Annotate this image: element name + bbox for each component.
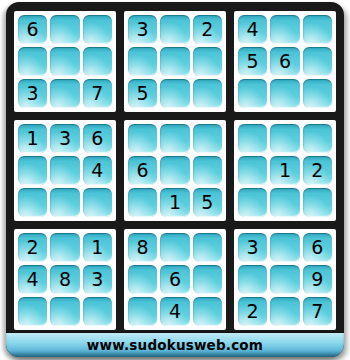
given-digit: 6 [27, 15, 39, 44]
cell-r7c1[interactable]: 2 [18, 233, 47, 262]
cell-r2c4[interactable] [128, 47, 157, 76]
given-digit: 2 [27, 233, 39, 262]
given-digit: 6 [311, 233, 323, 262]
sudoku-grid: 6373254561364615122148386436927 [14, 11, 336, 330]
cell-r8c1[interactable]: 4 [18, 265, 47, 294]
cell-r8c6[interactable] [193, 265, 222, 294]
given-digit: 3 [91, 265, 103, 294]
cell-r2c7[interactable]: 5 [238, 47, 267, 76]
cell-r6c5[interactable]: 1 [160, 188, 189, 217]
page: 6373254561364615122148386436927 www.sudo… [0, 0, 350, 360]
cell-r9c3[interactable] [83, 297, 112, 326]
cell-r7c2[interactable] [50, 233, 79, 262]
given-digit: 5 [137, 79, 149, 108]
given-digit: 3 [27, 79, 39, 108]
cell-r5c3[interactable]: 4 [83, 156, 112, 185]
cell-r6c1[interactable] [18, 188, 47, 217]
given-digit: 1 [27, 124, 39, 153]
cell-r1c8[interactable] [270, 15, 299, 44]
sudoku-box-1: 637 [14, 11, 116, 112]
cell-r6c4[interactable] [128, 188, 157, 217]
sudoku-box-9: 36927 [234, 229, 336, 330]
cell-r8c4[interactable] [128, 265, 157, 294]
cell-r2c8[interactable]: 6 [270, 47, 299, 76]
cell-r7c5[interactable] [160, 233, 189, 262]
cell-r9c2[interactable] [50, 297, 79, 326]
given-digit: 8 [59, 265, 71, 294]
cell-r7c9[interactable]: 6 [303, 233, 332, 262]
given-digit: 4 [247, 15, 259, 44]
cell-r1c6[interactable]: 2 [193, 15, 222, 44]
cell-r7c6[interactable] [193, 233, 222, 262]
given-digit: 5 [201, 188, 213, 217]
cell-r5c1[interactable] [18, 156, 47, 185]
cell-r1c9[interactable] [303, 15, 332, 44]
cell-r8c3[interactable]: 3 [83, 265, 112, 294]
given-digit: 6 [91, 124, 103, 153]
given-digit: 7 [311, 297, 323, 326]
cell-r3c5[interactable] [160, 79, 189, 108]
cell-r9c8[interactable] [270, 297, 299, 326]
cell-r9c6[interactable] [193, 297, 222, 326]
cell-r4c5[interactable] [160, 124, 189, 153]
given-digit: 6 [279, 47, 291, 76]
given-digit: 2 [201, 15, 213, 44]
given-digit: 6 [137, 156, 149, 185]
cell-r1c5[interactable] [160, 15, 189, 44]
sudoku-box-3: 456 [234, 11, 336, 112]
given-digit: 5 [247, 47, 259, 76]
cell-r5c5[interactable] [160, 156, 189, 185]
cell-r9c1[interactable] [18, 297, 47, 326]
cell-r3c6[interactable] [193, 79, 222, 108]
cell-r4c6[interactable] [193, 124, 222, 153]
cell-r3c3[interactable]: 7 [83, 79, 112, 108]
cell-r7c8[interactable] [270, 233, 299, 262]
cell-r1c1[interactable]: 6 [18, 15, 47, 44]
cell-r9c7[interactable]: 2 [238, 297, 267, 326]
given-digit: 6 [169, 265, 181, 294]
cell-r4c9[interactable] [303, 124, 332, 153]
cell-r8c9[interactable]: 9 [303, 265, 332, 294]
sudoku-box-2: 325 [124, 11, 226, 112]
cell-r3c7[interactable] [238, 79, 267, 108]
cell-r1c7[interactable]: 4 [238, 15, 267, 44]
sudoku-box-6: 12 [234, 120, 336, 221]
cell-r6c7[interactable] [238, 188, 267, 217]
sudoku-box-4: 1364 [14, 120, 116, 221]
cell-r3c9[interactable] [303, 79, 332, 108]
cell-r1c4[interactable]: 3 [128, 15, 157, 44]
cell-r7c7[interactable]: 3 [238, 233, 267, 262]
cell-r1c2[interactable] [50, 15, 79, 44]
cell-r3c2[interactable] [50, 79, 79, 108]
cell-r6c6[interactable]: 5 [193, 188, 222, 217]
given-digit: 1 [169, 188, 181, 217]
given-digit: 8 [137, 233, 149, 262]
given-digit: 9 [311, 265, 323, 294]
cell-r4c3[interactable]: 6 [83, 124, 112, 153]
cell-r8c2[interactable]: 8 [50, 265, 79, 294]
cell-r4c8[interactable] [270, 124, 299, 153]
cell-r2c5[interactable] [160, 47, 189, 76]
cell-r5c6[interactable] [193, 156, 222, 185]
cell-r2c3[interactable] [83, 47, 112, 76]
cell-r2c2[interactable] [50, 47, 79, 76]
given-digit: 4 [27, 265, 39, 294]
given-digit: 4 [91, 156, 103, 185]
cell-r7c3[interactable]: 1 [83, 233, 112, 262]
cell-r6c8[interactable] [270, 188, 299, 217]
cell-r3c4[interactable]: 5 [128, 79, 157, 108]
given-digit: 7 [91, 79, 103, 108]
footer-bar: www.sudokusweb.com [6, 332, 344, 357]
sudoku-box-5: 615 [124, 120, 226, 221]
cell-r5c7[interactable] [238, 156, 267, 185]
given-digit: 1 [91, 233, 103, 262]
cell-r5c2[interactable] [50, 156, 79, 185]
cell-r8c7[interactable] [238, 265, 267, 294]
cell-r6c2[interactable] [50, 188, 79, 217]
cell-r6c3[interactable] [83, 188, 112, 217]
cell-r2c9[interactable] [303, 47, 332, 76]
cell-r5c9[interactable]: 2 [303, 156, 332, 185]
cell-r8c8[interactable] [270, 265, 299, 294]
cell-r5c8[interactable]: 1 [270, 156, 299, 185]
given-digit: 4 [169, 297, 181, 326]
cell-r2c1[interactable] [18, 47, 47, 76]
cell-r3c8[interactable] [270, 79, 299, 108]
cell-r8c5[interactable]: 6 [160, 265, 189, 294]
sudoku-board: 6373254561364615122148386436927 www.sudo… [6, 2, 344, 357]
given-digit: 3 [247, 233, 259, 262]
cell-r9c4[interactable] [128, 297, 157, 326]
given-digit: 3 [59, 124, 71, 153]
cell-r4c2[interactable]: 3 [50, 124, 79, 153]
cell-r1c3[interactable] [83, 15, 112, 44]
cell-r4c4[interactable] [128, 124, 157, 153]
cell-r6c9[interactable] [303, 188, 332, 217]
cell-r3c1[interactable]: 3 [18, 79, 47, 108]
cell-r2c6[interactable] [193, 47, 222, 76]
given-digit: 2 [311, 156, 323, 185]
cell-r4c1[interactable]: 1 [18, 124, 47, 153]
sudoku-box-8: 864 [124, 229, 226, 330]
given-digit: 3 [137, 15, 149, 44]
cell-r7c4[interactable]: 8 [128, 233, 157, 262]
cell-r9c5[interactable]: 4 [160, 297, 189, 326]
cell-r5c4[interactable]: 6 [128, 156, 157, 185]
cell-r9c9[interactable]: 7 [303, 297, 332, 326]
cell-r4c7[interactable] [238, 124, 267, 153]
site-link[interactable]: www.sudokusweb.com [87, 337, 263, 353]
given-digit: 2 [247, 297, 259, 326]
sudoku-box-7: 21483 [14, 229, 116, 330]
given-digit: 1 [279, 156, 291, 185]
